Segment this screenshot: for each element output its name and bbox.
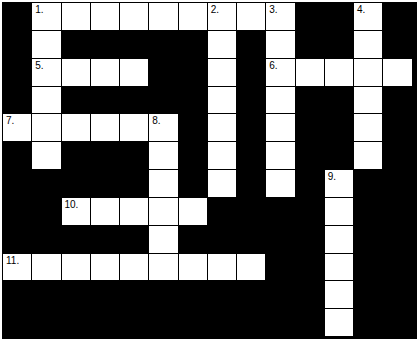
cell-r8c0 — [3, 226, 32, 254]
cell-r7c6[interactable] — [179, 198, 208, 226]
cell-r11c0 — [3, 309, 32, 337]
cell-r3c3 — [91, 87, 120, 115]
cell-r0c0 — [3, 3, 32, 31]
cell-r1c6 — [179, 31, 208, 59]
cell-r10c11[interactable] — [325, 281, 354, 309]
cell-r8c4 — [120, 226, 149, 254]
cell-r7c1 — [32, 198, 61, 226]
cell-r1c8 — [237, 31, 266, 59]
cell-r1c9[interactable] — [266, 31, 295, 59]
clue-number-3: 3. — [269, 4, 277, 15]
cell-r9c6[interactable] — [179, 254, 208, 282]
cell-r8c5[interactable] — [149, 226, 178, 254]
cell-r0c1[interactable]: 1. — [32, 3, 61, 31]
cell-r7c2[interactable]: 10. — [62, 198, 91, 226]
cell-r3c1[interactable] — [32, 87, 61, 115]
cell-r9c10 — [296, 254, 325, 282]
clue-number-2: 2. — [211, 4, 219, 15]
cell-r3c7[interactable] — [208, 87, 237, 115]
clue-number-7: 7. — [6, 115, 14, 126]
cell-r10c3 — [91, 281, 120, 309]
cell-r1c0 — [3, 31, 32, 59]
cell-r5c3 — [91, 142, 120, 170]
cell-r4c13 — [383, 114, 412, 142]
cell-r2c13[interactable] — [383, 59, 412, 87]
cell-r6c13 — [383, 170, 412, 198]
cell-r10c12 — [354, 281, 383, 309]
clue-number-10: 10. — [65, 199, 79, 210]
clue-number-9: 9. — [328, 171, 336, 182]
cell-r9c8[interactable] — [237, 254, 266, 282]
cell-r3c2 — [62, 87, 91, 115]
cell-r9c5[interactable] — [149, 254, 178, 282]
cell-r2c10[interactable] — [296, 59, 325, 87]
cell-r2c9[interactable]: 6. — [266, 59, 295, 87]
cell-r5c8 — [237, 142, 266, 170]
cell-r11c7 — [208, 309, 237, 337]
cell-r3c0 — [3, 87, 32, 115]
cell-r5c9[interactable] — [266, 142, 295, 170]
cell-r2c0 — [3, 59, 32, 87]
cell-r6c4 — [120, 170, 149, 198]
cell-r3c9[interactable] — [266, 87, 295, 115]
cell-r5c12[interactable] — [354, 142, 383, 170]
clue-number-8: 8. — [152, 115, 160, 126]
cell-r4c3[interactable] — [91, 114, 120, 142]
cell-r9c4[interactable] — [120, 254, 149, 282]
cell-r11c3 — [91, 309, 120, 337]
cell-r0c6[interactable] — [179, 3, 208, 31]
cell-r1c7[interactable] — [208, 31, 237, 59]
cell-r7c10 — [296, 198, 325, 226]
cell-r6c8 — [237, 170, 266, 198]
cell-r8c10 — [296, 226, 325, 254]
cell-r1c4 — [120, 31, 149, 59]
clue-number-11: 11. — [6, 255, 19, 266]
cell-r6c2 — [62, 170, 91, 198]
cell-r0c4[interactable] — [120, 3, 149, 31]
cell-r1c12[interactable] — [354, 31, 383, 59]
cell-r8c6 — [179, 226, 208, 254]
cell-r3c12[interactable] — [354, 87, 383, 115]
cell-r0c13 — [383, 3, 412, 31]
cell-r11c8 — [237, 309, 266, 337]
cell-r4c0[interactable]: 7. — [3, 114, 32, 142]
cell-r0c12[interactable]: 4. — [354, 3, 383, 31]
cell-r11c6 — [179, 309, 208, 337]
cell-r5c6 — [179, 142, 208, 170]
cell-r7c8 — [237, 198, 266, 226]
cell-r0c9[interactable]: 3. — [266, 3, 295, 31]
clue-number-4: 4. — [357, 4, 365, 15]
cell-r4c7[interactable] — [208, 114, 237, 142]
cell-r9c7[interactable] — [208, 254, 237, 282]
cell-r1c10 — [296, 31, 325, 59]
cell-r7c12 — [354, 198, 383, 226]
cell-r6c0 — [3, 170, 32, 198]
cell-r5c13 — [383, 142, 412, 170]
cell-r8c1 — [32, 226, 61, 254]
cell-r6c9[interactable] — [266, 170, 295, 198]
cell-r2c1[interactable]: 5. — [32, 59, 61, 87]
cell-r10c7 — [208, 281, 237, 309]
cell-r9c1[interactable] — [32, 254, 61, 282]
cell-r0c5[interactable] — [149, 3, 178, 31]
cell-r0c3[interactable] — [91, 3, 120, 31]
cell-r7c11[interactable] — [325, 198, 354, 226]
cell-r4c5[interactable]: 8. — [149, 114, 178, 142]
cell-r7c4[interactable] — [120, 198, 149, 226]
cell-r10c5 — [149, 281, 178, 309]
cell-r6c6 — [179, 170, 208, 198]
cell-r2c6 — [179, 59, 208, 87]
cell-r9c12 — [354, 254, 383, 282]
cell-r8c12 — [354, 226, 383, 254]
cell-r4c8 — [237, 114, 266, 142]
cell-r10c4 — [120, 281, 149, 309]
cell-r9c3[interactable] — [91, 254, 120, 282]
clue-number-1: 1. — [35, 4, 43, 15]
cell-r2c8 — [237, 59, 266, 87]
cell-r6c3 — [91, 170, 120, 198]
cell-r4c10 — [296, 114, 325, 142]
cell-r11c4 — [120, 309, 149, 337]
cell-r1c5 — [149, 31, 178, 59]
cell-r7c5[interactable] — [149, 198, 178, 226]
cell-r6c10 — [296, 170, 325, 198]
cell-r10c1 — [32, 281, 61, 309]
cell-r7c13 — [383, 198, 412, 226]
cell-r2c7[interactable] — [208, 59, 237, 87]
cell-r11c13 — [383, 309, 412, 337]
cell-r1c11 — [325, 31, 354, 59]
cell-r2c3[interactable] — [91, 59, 120, 87]
cell-r10c2 — [62, 281, 91, 309]
cell-r3c10 — [296, 87, 325, 115]
cell-r11c10 — [296, 309, 325, 337]
cell-r1c2 — [62, 31, 91, 59]
cell-r8c3 — [91, 226, 120, 254]
cell-r4c11 — [325, 114, 354, 142]
cell-r2c11[interactable] — [325, 59, 354, 87]
cell-r8c11[interactable] — [325, 226, 354, 254]
cell-r8c7 — [208, 226, 237, 254]
cell-r9c13 — [383, 254, 412, 282]
cell-r3c4 — [120, 87, 149, 115]
cell-r5c2 — [62, 142, 91, 170]
cell-r1c1[interactable] — [32, 31, 61, 59]
cell-r8c13 — [383, 226, 412, 254]
cell-r11c2 — [62, 309, 91, 337]
cell-r0c8[interactable] — [237, 3, 266, 31]
cell-r1c13 — [383, 31, 412, 59]
cell-r2c2[interactable] — [62, 59, 91, 87]
cell-r9c2[interactable] — [62, 254, 91, 282]
cell-r4c2[interactable] — [62, 114, 91, 142]
cell-r10c9 — [266, 281, 295, 309]
cell-r6c12 — [354, 170, 383, 198]
cell-r6c1 — [32, 170, 61, 198]
cell-r3c11 — [325, 87, 354, 115]
cell-r3c5 — [149, 87, 178, 115]
crossword-grid: 1.2.3.4.5.6.7.8.9.10.11. — [3, 3, 413, 337]
cell-r9c11[interactable] — [325, 254, 354, 282]
cell-r0c2[interactable] — [62, 3, 91, 31]
cell-r1c3 — [91, 31, 120, 59]
cell-r2c4[interactable] — [120, 59, 149, 87]
cell-r3c8 — [237, 87, 266, 115]
cell-r11c11[interactable] — [325, 309, 354, 337]
cell-r4c4[interactable] — [120, 114, 149, 142]
cell-r7c0 — [3, 198, 32, 226]
cell-r6c7[interactable] — [208, 170, 237, 198]
cell-r0c7[interactable]: 2. — [208, 3, 237, 31]
cell-r6c11[interactable]: 9. — [325, 170, 354, 198]
cell-r10c13 — [383, 281, 412, 309]
cell-r5c7[interactable] — [208, 142, 237, 170]
cell-r8c9 — [266, 226, 295, 254]
cell-r5c11 — [325, 142, 354, 170]
cell-r0c10 — [296, 3, 325, 31]
cell-r2c5 — [149, 59, 178, 87]
cell-r4c6 — [179, 114, 208, 142]
cell-r4c1[interactable] — [32, 114, 61, 142]
cell-r11c5 — [149, 309, 178, 337]
cell-r10c0 — [3, 281, 32, 309]
cell-r9c9 — [266, 254, 295, 282]
cell-r11c9 — [266, 309, 295, 337]
cell-r7c7 — [208, 198, 237, 226]
cell-r8c8 — [237, 226, 266, 254]
crossword-screenshot: 1.2.3.4.5.6.7.8.9.10.11. — [0, 0, 417, 339]
cell-r5c0 — [3, 142, 32, 170]
cell-r10c10 — [296, 281, 325, 309]
cell-r10c6 — [179, 281, 208, 309]
cell-r4c9[interactable] — [266, 114, 295, 142]
cell-r11c12 — [354, 309, 383, 337]
cell-r2c12[interactable] — [354, 59, 383, 87]
cell-r5c10 — [296, 142, 325, 170]
cell-r3c6 — [179, 87, 208, 115]
clue-number-6: 6. — [269, 60, 277, 71]
cell-r7c3[interactable] — [91, 198, 120, 226]
cell-r5c1[interactable] — [32, 142, 61, 170]
clue-number-5: 5. — [35, 60, 43, 71]
cell-r9c0[interactable]: 11. — [3, 254, 32, 282]
cell-r11c1 — [32, 309, 61, 337]
cell-r5c5[interactable] — [149, 142, 178, 170]
cell-r6c5[interactable] — [149, 170, 178, 198]
cell-r8c2 — [62, 226, 91, 254]
cell-r5c4 — [120, 142, 149, 170]
cell-r7c9 — [266, 198, 295, 226]
cell-r4c12[interactable] — [354, 114, 383, 142]
cell-r10c8 — [237, 281, 266, 309]
cell-r0c11 — [325, 3, 354, 31]
cell-r3c13 — [383, 87, 412, 115]
